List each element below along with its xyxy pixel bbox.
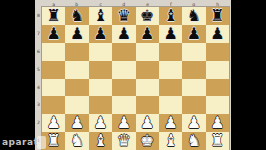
piece-white-rook: ♜ xyxy=(47,133,61,149)
square-c4[interactable] xyxy=(89,79,112,97)
square-d5[interactable] xyxy=(112,61,135,79)
square-e2[interactable]: ♟ xyxy=(136,114,159,132)
square-h7[interactable]: ♟ xyxy=(206,25,229,43)
square-d1[interactable]: ♛ xyxy=(112,132,135,150)
square-b4[interactable] xyxy=(65,79,88,97)
rank-label-7: 7 xyxy=(36,27,41,40)
square-e1[interactable]: ♚ xyxy=(136,132,159,150)
square-g4[interactable] xyxy=(182,79,205,97)
piece-white-pawn: ♟ xyxy=(210,115,224,131)
square-a2[interactable]: ♟ xyxy=(42,114,65,132)
square-a8[interactable]: ♜ xyxy=(42,7,65,25)
square-h6[interactable] xyxy=(206,43,229,61)
piece-black-pawn: ♟ xyxy=(140,26,154,42)
piece-black-pawn: ♟ xyxy=(210,26,224,42)
square-a5[interactable] xyxy=(42,61,65,79)
square-b2[interactable]: ♟ xyxy=(65,114,88,132)
square-d6[interactable] xyxy=(112,43,135,61)
piece-black-king: ♚ xyxy=(140,8,154,24)
square-b7[interactable]: ♟ xyxy=(65,25,88,43)
square-f5[interactable] xyxy=(159,61,182,79)
square-c7[interactable]: ♟ xyxy=(89,25,112,43)
square-f2[interactable]: ♟ xyxy=(159,114,182,132)
square-b5[interactable] xyxy=(65,61,88,79)
piece-black-pawn: ♟ xyxy=(187,26,201,42)
file-label-h: h xyxy=(209,1,227,6)
watermark-text: aparat xyxy=(2,137,38,147)
square-d8[interactable]: ♛ xyxy=(112,7,135,25)
board-grid: ♜♞♝♛♚♝♞♜♟♟♟♟♟♟♟♟♟♟♟♟♟♟♟♟♜♞♝♛♚♝♞♜ xyxy=(42,7,229,150)
file-label-c: c xyxy=(92,1,110,6)
square-e6[interactable] xyxy=(136,43,159,61)
square-f1[interactable]: ♝ xyxy=(159,132,182,150)
piece-black-bishop: ♝ xyxy=(163,8,177,24)
piece-black-queen: ♛ xyxy=(117,8,131,24)
square-g8[interactable]: ♞ xyxy=(182,7,205,25)
piece-white-knight: ♞ xyxy=(70,133,84,149)
square-f6[interactable] xyxy=(159,43,182,61)
piece-white-king: ♚ xyxy=(140,133,154,149)
square-d7[interactable]: ♟ xyxy=(112,25,135,43)
rank-labels: 87654321 xyxy=(35,7,42,150)
square-g2[interactable]: ♟ xyxy=(182,114,205,132)
rank-label-8: 8 xyxy=(36,9,41,22)
square-e4[interactable] xyxy=(136,79,159,97)
square-c6[interactable] xyxy=(89,43,112,61)
square-g3[interactable] xyxy=(182,96,205,114)
square-c1[interactable]: ♝ xyxy=(89,132,112,150)
piece-white-pawn: ♟ xyxy=(47,115,61,131)
piece-black-knight: ♞ xyxy=(187,8,201,24)
piece-white-pawn: ♟ xyxy=(140,115,154,131)
piece-white-pawn: ♟ xyxy=(93,115,107,131)
chess-board: abcdefgh 87654321 ♜♞♝♛♚♝♞♜♟♟♟♟♟♟♟♟♟♟♟♟♟♟… xyxy=(35,0,231,150)
square-e7[interactable]: ♟ xyxy=(136,25,159,43)
square-h5[interactable] xyxy=(206,61,229,79)
piece-white-pawn: ♟ xyxy=(187,115,201,131)
square-g1[interactable]: ♞ xyxy=(182,132,205,150)
square-b6[interactable] xyxy=(65,43,88,61)
piece-white-pawn: ♟ xyxy=(70,115,84,131)
piece-white-pawn: ♟ xyxy=(117,115,131,131)
piece-black-pawn: ♟ xyxy=(117,26,131,42)
square-g7[interactable]: ♟ xyxy=(182,25,205,43)
piece-white-knight: ♞ xyxy=(187,133,201,149)
piece-white-rook: ♜ xyxy=(210,133,224,149)
file-label-e: e xyxy=(138,1,156,6)
square-g5[interactable] xyxy=(182,61,205,79)
piece-white-queen: ♛ xyxy=(117,133,131,149)
piece-black-pawn: ♟ xyxy=(163,26,177,42)
piece-black-rook: ♜ xyxy=(47,8,61,24)
file-label-d: d xyxy=(115,1,133,6)
square-a4[interactable] xyxy=(42,79,65,97)
video-frame: abcdefgh 87654321 ♜♞♝♛♚♝♞♜♟♟♟♟♟♟♟♟♟♟♟♟♟♟… xyxy=(0,0,266,150)
square-c3[interactable] xyxy=(89,96,112,114)
square-e3[interactable] xyxy=(136,96,159,114)
square-c2[interactable]: ♟ xyxy=(89,114,112,132)
rank-label-4: 4 xyxy=(36,81,41,94)
square-a3[interactable] xyxy=(42,96,65,114)
piece-black-bishop: ♝ xyxy=(93,8,107,24)
square-f8[interactable]: ♝ xyxy=(159,7,182,25)
watermark-logo-icon xyxy=(37,136,46,149)
file-label-b: b xyxy=(68,1,86,6)
square-b3[interactable] xyxy=(65,96,88,114)
square-b1[interactable]: ♞ xyxy=(65,132,88,150)
square-h2[interactable]: ♟ xyxy=(206,114,229,132)
file-labels: abcdefgh xyxy=(42,0,229,7)
piece-black-pawn: ♟ xyxy=(47,26,61,42)
piece-black-rook: ♜ xyxy=(210,8,224,24)
piece-black-knight: ♞ xyxy=(70,8,84,24)
rank-label-3: 3 xyxy=(36,99,41,112)
square-g6[interactable] xyxy=(182,43,205,61)
file-label-g: g xyxy=(185,1,203,6)
square-d2[interactable]: ♟ xyxy=(112,114,135,132)
square-h4[interactable] xyxy=(206,79,229,97)
piece-black-pawn: ♟ xyxy=(70,26,84,42)
square-c5[interactable] xyxy=(89,61,112,79)
square-d4[interactable] xyxy=(112,79,135,97)
square-h8[interactable]: ♜ xyxy=(206,7,229,25)
piece-white-bishop: ♝ xyxy=(93,133,107,149)
file-label-f: f xyxy=(162,1,180,6)
piece-black-pawn: ♟ xyxy=(93,26,107,42)
square-b8[interactable]: ♞ xyxy=(65,7,88,25)
rank-label-6: 6 xyxy=(36,45,41,58)
square-f3[interactable] xyxy=(159,96,182,114)
piece-white-pawn: ♟ xyxy=(163,115,177,131)
square-f4[interactable] xyxy=(159,79,182,97)
square-f7[interactable]: ♟ xyxy=(159,25,182,43)
square-e5[interactable] xyxy=(136,61,159,79)
square-a6[interactable] xyxy=(42,43,65,61)
piece-white-bishop: ♝ xyxy=(163,133,177,149)
file-label-a: a xyxy=(45,1,63,6)
square-a7[interactable]: ♟ xyxy=(42,25,65,43)
rank-label-2: 2 xyxy=(36,116,41,129)
square-h3[interactable] xyxy=(206,96,229,114)
square-h1[interactable]: ♜ xyxy=(206,132,229,150)
square-d3[interactable] xyxy=(112,96,135,114)
rank-label-5: 5 xyxy=(36,63,41,76)
square-e8[interactable]: ♚ xyxy=(136,7,159,25)
square-c8[interactable]: ♝ xyxy=(89,7,112,25)
